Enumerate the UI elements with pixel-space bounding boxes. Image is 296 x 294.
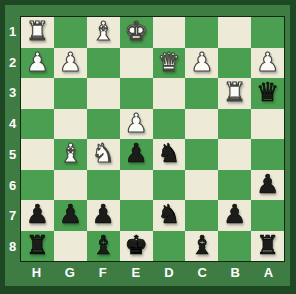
rank-label-2: 2 (5, 47, 20, 78)
square-a7[interactable] (251, 200, 284, 231)
square-a4[interactable] (251, 109, 284, 140)
square-a8[interactable]: ♜ (251, 231, 284, 262)
rank-label-3: 3 (5, 78, 20, 109)
square-b4[interactable] (218, 109, 251, 140)
square-c3[interactable] (185, 78, 218, 109)
square-d7[interactable]: ♞ (153, 200, 186, 231)
black-pawn: ♟ (26, 201, 49, 227)
square-g2[interactable]: ♟ (54, 48, 87, 79)
square-e7[interactable] (120, 200, 153, 231)
black-bishop: ♝ (190, 232, 213, 258)
square-c1[interactable] (185, 17, 218, 48)
square-g5[interactable]: ♝ (54, 139, 87, 170)
square-f6[interactable] (87, 170, 120, 201)
file-label-g: G (53, 262, 86, 286)
black-pawn: ♟ (124, 140, 147, 166)
rank-label-8: 8 (5, 231, 20, 262)
square-g3[interactable] (54, 78, 87, 109)
square-h5[interactable] (21, 139, 54, 170)
square-f2[interactable] (87, 48, 120, 79)
square-f1[interactable]: ♝ (87, 17, 120, 48)
file-label-d: D (153, 262, 186, 286)
black-pawn: ♟ (256, 171, 279, 197)
white-pawn: ♟ (256, 49, 279, 75)
square-g6[interactable] (54, 170, 87, 201)
square-d8[interactable] (153, 231, 186, 262)
board-frame: 12345678 ♜♝♚♟♟♛♟♟♜♛♟♝♞♟♞♟♟♟♟♞♟♜♝♚♝♜ HGFE… (0, 0, 296, 294)
black-pawn: ♟ (59, 201, 82, 227)
file-label-f: F (86, 262, 119, 286)
square-c4[interactable] (185, 109, 218, 140)
square-b3[interactable]: ♜ (218, 78, 251, 109)
file-label-e: E (119, 262, 152, 286)
square-e3[interactable] (120, 78, 153, 109)
white-bishop: ♝ (59, 140, 82, 166)
square-d2[interactable]: ♛ (153, 48, 186, 79)
white-queen: ♛ (157, 49, 180, 75)
square-e2[interactable] (120, 48, 153, 79)
square-b1[interactable] (218, 17, 251, 48)
square-f4[interactable] (87, 109, 120, 140)
file-label-b: B (219, 262, 252, 286)
file-labels: HGFEDCBA (20, 262, 285, 286)
square-h8[interactable]: ♜ (21, 231, 54, 262)
black-bishop: ♝ (92, 232, 115, 258)
square-b5[interactable] (218, 139, 251, 170)
square-h3[interactable] (21, 78, 54, 109)
square-g7[interactable]: ♟ (54, 200, 87, 231)
square-g4[interactable] (54, 109, 87, 140)
square-f8[interactable]: ♝ (87, 231, 120, 262)
square-c2[interactable]: ♟ (185, 48, 218, 79)
white-knight: ♞ (92, 140, 115, 166)
square-a2[interactable]: ♟ (251, 48, 284, 79)
black-queen: ♛ (256, 79, 279, 105)
square-d6[interactable] (153, 170, 186, 201)
square-e1[interactable]: ♚ (120, 17, 153, 48)
square-a3[interactable]: ♛ (251, 78, 284, 109)
square-b7[interactable]: ♟ (218, 200, 251, 231)
square-b8[interactable] (218, 231, 251, 262)
square-d5[interactable]: ♞ (153, 139, 186, 170)
square-d1[interactable] (153, 17, 186, 48)
square-a6[interactable]: ♟ (251, 170, 284, 201)
white-pawn: ♟ (190, 49, 213, 75)
file-label-h: H (20, 262, 53, 286)
square-d3[interactable] (153, 78, 186, 109)
rank-label-6: 6 (5, 170, 20, 201)
black-knight: ♞ (157, 201, 180, 227)
square-a1[interactable] (251, 17, 284, 48)
white-king: ♚ (124, 18, 147, 44)
white-bishop: ♝ (92, 18, 115, 44)
square-e4[interactable]: ♟ (120, 109, 153, 140)
rank-label-4: 4 (5, 108, 20, 139)
square-b2[interactable] (218, 48, 251, 79)
white-rook: ♜ (26, 18, 49, 44)
square-h1[interactable]: ♜ (21, 17, 54, 48)
square-b6[interactable] (218, 170, 251, 201)
black-king: ♚ (124, 232, 147, 258)
board-inner-border: 12345678 ♜♝♚♟♟♛♟♟♜♛♟♝♞♟♞♟♟♟♟♞♟♜♝♚♝♜ HGFE… (5, 5, 290, 286)
square-g8[interactable] (54, 231, 87, 262)
square-g1[interactable] (54, 17, 87, 48)
square-h4[interactable] (21, 109, 54, 140)
square-h6[interactable] (21, 170, 54, 201)
black-knight: ♞ (157, 140, 180, 166)
square-e5[interactable]: ♟ (120, 139, 153, 170)
rank-labels: 12345678 (5, 16, 20, 262)
white-pawn: ♟ (124, 110, 147, 136)
rank-label-5: 5 (5, 139, 20, 170)
black-rook: ♜ (256, 232, 279, 258)
white-pawn: ♟ (59, 49, 82, 75)
square-e8[interactable]: ♚ (120, 231, 153, 262)
square-h7[interactable]: ♟ (21, 200, 54, 231)
chess-board[interactable]: ♜♝♚♟♟♛♟♟♜♛♟♝♞♟♞♟♟♟♟♞♟♜♝♚♝♜ (20, 16, 285, 262)
white-rook: ♜ (223, 79, 246, 105)
rank-label-1: 1 (5, 16, 20, 47)
square-f5[interactable]: ♞ (87, 139, 120, 170)
file-label-a: A (252, 262, 285, 286)
white-pawn: ♟ (26, 49, 49, 75)
file-label-c: C (186, 262, 219, 286)
black-rook: ♜ (26, 232, 49, 258)
square-a5[interactable] (251, 139, 284, 170)
square-d4[interactable] (153, 109, 186, 140)
square-c7[interactable] (185, 200, 218, 231)
square-f3[interactable] (87, 78, 120, 109)
square-e6[interactable] (120, 170, 153, 201)
square-c5[interactable] (185, 139, 218, 170)
square-h2[interactable]: ♟ (21, 48, 54, 79)
square-f7[interactable]: ♟ (87, 200, 120, 231)
square-c8[interactable]: ♝ (185, 231, 218, 262)
black-pawn: ♟ (223, 201, 246, 227)
rank-label-7: 7 (5, 201, 20, 232)
square-c6[interactable] (185, 170, 218, 201)
black-pawn: ♟ (92, 201, 115, 227)
